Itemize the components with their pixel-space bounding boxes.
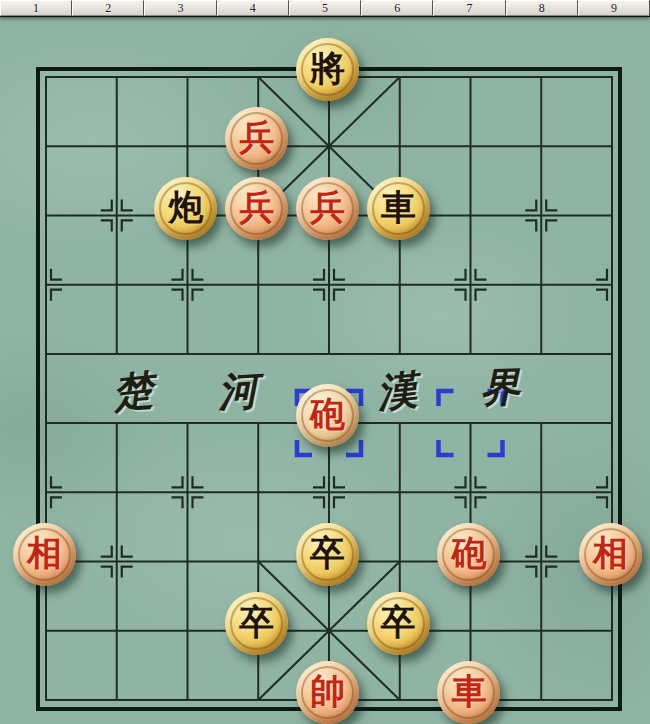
piece-red-general[interactable]: 帥: [296, 661, 359, 724]
piece-black-pawn[interactable]: 卒: [225, 592, 288, 655]
board-intersection[interactable]: 相: [577, 527, 648, 596]
ruler-label: 3: [178, 2, 184, 14]
board-intersection[interactable]: 砲: [436, 527, 507, 596]
piece-character: 兵: [239, 120, 274, 155]
ruler-cell: 6: [361, 0, 433, 16]
ruler-label: 4: [250, 2, 256, 14]
board-intersection[interactable]: 相: [11, 527, 82, 596]
piece-character: 砲: [451, 536, 486, 571]
piece-black-general[interactable]: 將: [296, 38, 359, 101]
piece-red-pawn[interactable]: 兵: [225, 107, 288, 170]
piece-black-chariot[interactable]: 車: [367, 177, 430, 240]
board-intersection[interactable]: 卒: [223, 596, 294, 665]
piece-black-pawn[interactable]: 卒: [367, 592, 430, 655]
ruler-label: 9: [611, 2, 617, 14]
piece-red-cannon[interactable]: 砲: [437, 523, 500, 586]
ruler-cell: 7: [433, 0, 505, 16]
ruler-label: 5: [322, 2, 328, 14]
board-intersection[interactable]: 車: [365, 180, 436, 249]
ruler-label: 6: [394, 2, 400, 14]
ruler-cell: 9: [578, 0, 650, 16]
piece-character: 炮: [168, 190, 203, 225]
board-intersection[interactable]: 帥: [294, 665, 365, 724]
board-intersection[interactable]: 兵: [223, 111, 294, 180]
board-intersection[interactable]: 車: [436, 665, 507, 724]
piece-character: 車: [451, 674, 486, 709]
piece-character: 帥: [310, 674, 345, 709]
ruler-cell: 5: [289, 0, 361, 16]
piece-character: 卒: [310, 536, 345, 571]
piece-character: 兵: [239, 190, 274, 225]
board-intersection[interactable]: 兵: [294, 180, 365, 249]
piece-red-cannon[interactable]: 砲: [296, 384, 359, 447]
ruler-cell: 8: [506, 0, 578, 16]
board-intersection[interactable]: 兵: [223, 180, 294, 249]
ruler-label: 7: [466, 2, 472, 14]
piece-character: 相: [593, 536, 628, 571]
piece-black-pawn[interactable]: 卒: [296, 523, 359, 586]
board-area: 楚河漢界 將兵炮兵兵車砲相卒砲相卒卒帥車: [0, 17, 650, 724]
board-intersection[interactable]: 卒: [294, 527, 365, 596]
piece-red-elephant[interactable]: 相: [13, 523, 76, 586]
ruler-cell: 3: [144, 0, 216, 16]
ruler-label: 2: [105, 2, 111, 14]
piece-character: 相: [27, 536, 62, 571]
piece-character: 卒: [381, 605, 416, 640]
piece-black-cannon[interactable]: 炮: [154, 177, 217, 240]
piece-red-chariot[interactable]: 車: [437, 661, 500, 724]
ruler-cell: 4: [217, 0, 289, 16]
ruler-label: 8: [539, 2, 545, 14]
column-ruler: 123456789: [0, 0, 650, 17]
xiangqi-app-window: 123456789 楚河漢界 將兵炮兵兵車砲相卒砲相卒卒帥車: [0, 0, 650, 724]
ruler-cell: 1: [0, 0, 72, 16]
piece-character: 將: [310, 51, 345, 86]
piece-character: 卒: [239, 605, 274, 640]
board-intersection[interactable]: 砲: [294, 388, 365, 457]
piece-red-pawn[interactable]: 兵: [225, 177, 288, 240]
piece-red-pawn[interactable]: 兵: [296, 177, 359, 240]
ruler-cell: 2: [72, 0, 144, 16]
board-intersection[interactable]: 炮: [153, 180, 224, 249]
board-intersection[interactable]: 卒: [365, 596, 436, 665]
piece-red-elephant[interactable]: 相: [579, 523, 642, 586]
board-intersection[interactable]: 將: [294, 42, 365, 111]
piece-character: 砲: [310, 397, 345, 432]
piece-character: 兵: [310, 190, 345, 225]
ruler-label: 1: [33, 2, 39, 14]
piece-character: 車: [381, 190, 416, 225]
xiangqi-board[interactable]: 將兵炮兵兵車砲相卒砲相卒卒帥車: [11, 42, 648, 724]
